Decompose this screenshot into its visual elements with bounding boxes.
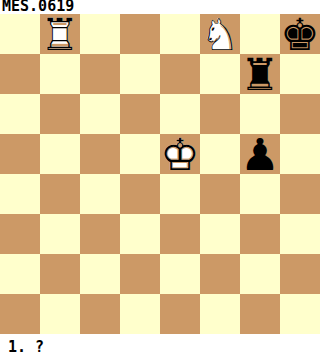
square-h6[interactable] <box>280 94 320 134</box>
white-rook-b8[interactable]: ♜♖ <box>40 14 80 54</box>
square-h3[interactable] <box>280 214 320 254</box>
square-f4[interactable] <box>200 174 240 214</box>
square-e8[interactable] <box>160 14 200 54</box>
black-king-icon: ♚ <box>280 14 320 54</box>
square-f8[interactable]: ♞♘ <box>200 14 240 54</box>
square-b2[interactable] <box>40 254 80 294</box>
black-pawn-icon: ♟ <box>240 134 280 174</box>
square-g5[interactable]: ♟ <box>240 134 280 174</box>
square-g7[interactable]: ♜ <box>240 54 280 94</box>
move-prompt: 1. ? <box>0 334 320 360</box>
black-pawn-g5[interactable]: ♟ <box>240 134 280 174</box>
square-e5[interactable]: ♚♔ <box>160 134 200 174</box>
square-e7[interactable] <box>160 54 200 94</box>
square-c3[interactable] <box>80 214 120 254</box>
square-c2[interactable] <box>80 254 120 294</box>
square-a5[interactable] <box>0 134 40 174</box>
square-a3[interactable] <box>0 214 40 254</box>
square-h8[interactable]: ♚ <box>280 14 320 54</box>
square-b3[interactable] <box>40 214 80 254</box>
square-a2[interactable] <box>0 254 40 294</box>
square-c5[interactable] <box>80 134 120 174</box>
square-b6[interactable] <box>40 94 80 134</box>
square-f6[interactable] <box>200 94 240 134</box>
white-king-icon: ♔ <box>160 134 200 174</box>
square-f7[interactable] <box>200 54 240 94</box>
chess-board: ♜♖♞♘♚♜♚♔♟ <box>0 14 320 334</box>
square-h2[interactable] <box>280 254 320 294</box>
square-d7[interactable] <box>120 54 160 94</box>
square-g4[interactable] <box>240 174 280 214</box>
square-a8[interactable] <box>0 14 40 54</box>
square-d2[interactable] <box>120 254 160 294</box>
square-d3[interactable] <box>120 214 160 254</box>
white-king-e5[interactable]: ♚♔ <box>160 134 200 174</box>
square-c6[interactable] <box>80 94 120 134</box>
square-b1[interactable] <box>40 294 80 334</box>
square-d1[interactable] <box>120 294 160 334</box>
white-knight-f8[interactable]: ♞♘ <box>200 14 240 54</box>
square-f3[interactable] <box>200 214 240 254</box>
black-rook-g7[interactable]: ♜ <box>240 54 280 94</box>
square-e3[interactable] <box>160 214 200 254</box>
square-a1[interactable] <box>0 294 40 334</box>
square-b8[interactable]: ♜♖ <box>40 14 80 54</box>
square-d6[interactable] <box>120 94 160 134</box>
square-g1[interactable] <box>240 294 280 334</box>
square-d5[interactable] <box>120 134 160 174</box>
square-b5[interactable] <box>40 134 80 174</box>
square-c4[interactable] <box>80 174 120 214</box>
square-f1[interactable] <box>200 294 240 334</box>
square-e1[interactable] <box>160 294 200 334</box>
square-c1[interactable] <box>80 294 120 334</box>
white-rook-icon: ♖ <box>40 14 80 54</box>
square-h7[interactable] <box>280 54 320 94</box>
square-f5[interactable] <box>200 134 240 174</box>
square-a4[interactable] <box>0 174 40 214</box>
white-knight-icon: ♘ <box>200 14 240 54</box>
square-f2[interactable] <box>200 254 240 294</box>
square-d8[interactable] <box>120 14 160 54</box>
square-h1[interactable] <box>280 294 320 334</box>
square-e4[interactable] <box>160 174 200 214</box>
square-d4[interactable] <box>120 174 160 214</box>
square-e2[interactable] <box>160 254 200 294</box>
square-h5[interactable] <box>280 134 320 174</box>
square-b7[interactable] <box>40 54 80 94</box>
square-g3[interactable] <box>240 214 280 254</box>
black-king-h8[interactable]: ♚ <box>280 14 320 54</box>
square-h4[interactable] <box>280 174 320 214</box>
black-rook-icon: ♜ <box>240 54 280 94</box>
square-g2[interactable] <box>240 254 280 294</box>
square-c8[interactable] <box>80 14 120 54</box>
square-a6[interactable] <box>0 94 40 134</box>
square-a7[interactable] <box>0 54 40 94</box>
square-b4[interactable] <box>40 174 80 214</box>
square-c7[interactable] <box>80 54 120 94</box>
